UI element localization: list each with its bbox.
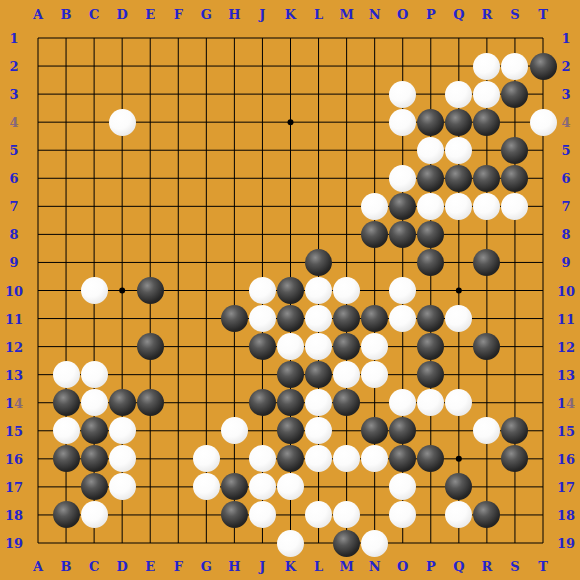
row-label-left-9: 9 [9, 256, 18, 269]
stone-white-Q5 [445, 137, 472, 164]
row-label-left-13: 13 [5, 368, 23, 381]
col-label-top-F: F [174, 8, 183, 21]
stone-white-P7 [417, 193, 444, 220]
row-label-left-11: 11 [5, 312, 23, 325]
row-label-right-14: 14 [557, 396, 575, 409]
col-label-bottom-S: S [510, 560, 519, 573]
col-label-top-S: S [510, 8, 519, 21]
stone-black-R6 [473, 165, 500, 192]
stone-white-P5 [417, 137, 444, 164]
stone-white-C18 [81, 501, 108, 528]
stone-black-N11 [361, 305, 388, 332]
stone-black-L13 [305, 361, 332, 388]
col-label-top-D: D [117, 8, 128, 21]
stone-white-R7 [473, 193, 500, 220]
row-label-left-19: 19 [5, 537, 23, 550]
stone-black-M11 [333, 305, 360, 332]
stone-white-C10 [81, 277, 108, 304]
row-label-right-5: 5 [561, 144, 570, 157]
col-label-top-N: N [369, 8, 381, 21]
row-label-left-17: 17 [5, 480, 23, 493]
col-label-bottom-A: A [33, 560, 43, 573]
row-label-left-8: 8 [9, 228, 18, 241]
stone-black-S6 [501, 165, 528, 192]
row-label-right-2: 2 [561, 60, 570, 73]
row-label-right-16: 16 [557, 452, 575, 465]
row-label-right-1: 1 [561, 32, 570, 45]
col-label-top-O: O [397, 8, 408, 21]
col-label-bottom-J: J [259, 560, 265, 573]
star-point-Q10 [456, 288, 462, 294]
col-label-top-H: H [228, 8, 240, 21]
col-label-top-B: B [61, 8, 72, 21]
stone-black-R4 [473, 109, 500, 136]
col-label-bottom-B: B [61, 560, 72, 573]
stone-white-L10 [305, 277, 332, 304]
go-board[interactable]: AABBCCDDEEFFGGHHJJKKLLMMNNOOPPQQRRSSTT11… [0, 0, 580, 580]
row-label-right-6: 6 [561, 172, 570, 185]
col-label-bottom-O: O [397, 560, 408, 573]
stone-white-O3 [389, 81, 416, 108]
stone-white-Q3 [445, 81, 472, 108]
stone-black-C17 [81, 473, 108, 500]
stone-white-B15 [53, 417, 80, 444]
stone-black-S3 [501, 81, 528, 108]
stone-white-D4 [109, 109, 136, 136]
stone-black-H11 [221, 305, 248, 332]
stone-black-Q6 [445, 165, 472, 192]
stone-white-K12 [277, 333, 304, 360]
col-label-bottom-R: R [481, 560, 492, 573]
stone-black-C15 [81, 417, 108, 444]
stone-black-J14 [249, 389, 276, 416]
col-label-top-P: P [426, 8, 436, 21]
col-label-top-J: J [259, 8, 265, 21]
row-label-right-7: 7 [561, 200, 570, 213]
col-label-bottom-H: H [228, 560, 240, 573]
col-label-bottom-N: N [369, 560, 381, 573]
col-label-bottom-P: P [426, 560, 436, 573]
stone-black-E14 [137, 389, 164, 416]
star-point-Q16 [456, 456, 462, 462]
stone-white-D15 [109, 417, 136, 444]
row-label-left-10: 10 [5, 284, 23, 297]
stone-black-D14 [109, 389, 136, 416]
col-label-bottom-F: F [174, 560, 183, 573]
row-label-left-3: 3 [9, 88, 18, 101]
row-label-right-19: 19 [557, 537, 575, 550]
stone-white-G17 [193, 473, 220, 500]
row-label-left-1: 1 [9, 32, 18, 45]
row-label-right-13: 13 [557, 368, 575, 381]
col-label-top-A: A [33, 8, 43, 21]
stone-black-B14 [53, 389, 80, 416]
col-label-top-E: E [145, 8, 155, 21]
col-label-top-L: L [314, 8, 323, 21]
row-label-left-14: 14 [5, 396, 23, 409]
stone-black-P8 [417, 221, 444, 248]
stone-black-P9 [417, 249, 444, 276]
col-label-top-G: G [201, 8, 212, 21]
row-label-left-6: 6 [9, 172, 18, 185]
col-label-bottom-G: G [201, 560, 212, 573]
col-label-bottom-Q: Q [453, 560, 464, 573]
row-label-left-2: 2 [9, 60, 18, 73]
stone-black-N8 [361, 221, 388, 248]
stone-white-C13 [81, 361, 108, 388]
row-label-right-17: 17 [557, 480, 575, 493]
stone-black-C16 [81, 445, 108, 472]
row-label-right-8: 8 [561, 228, 570, 241]
col-label-top-R: R [481, 8, 492, 21]
col-label-top-T: T [538, 8, 548, 21]
star-point-K4 [288, 119, 294, 125]
stone-black-T2 [530, 53, 557, 80]
row-label-left-18: 18 [5, 508, 23, 521]
row-label-right-9: 9 [561, 256, 570, 269]
col-label-top-M: M [339, 8, 353, 21]
stone-black-E12 [137, 333, 164, 360]
stone-white-Q7 [445, 193, 472, 220]
stone-black-K13 [277, 361, 304, 388]
row-label-left-5: 5 [9, 144, 18, 157]
stone-white-B13 [53, 361, 80, 388]
row-label-right-15: 15 [557, 424, 575, 437]
stone-white-H15 [221, 417, 248, 444]
row-label-left-7: 7 [9, 200, 18, 213]
stone-black-K10 [277, 277, 304, 304]
stone-black-B16 [53, 445, 80, 472]
stone-black-E10 [137, 277, 164, 304]
row-label-right-3: 3 [561, 88, 570, 101]
row-label-left-4: 4 [9, 116, 18, 129]
stone-black-O8 [389, 221, 416, 248]
stone-white-G16 [193, 445, 220, 472]
stone-white-L11 [305, 305, 332, 332]
stone-black-P4 [417, 109, 444, 136]
col-label-top-K: K [285, 8, 296, 21]
row-label-right-10: 10 [557, 284, 575, 297]
stone-black-J12 [249, 333, 276, 360]
stone-black-Q4 [445, 109, 472, 136]
col-label-top-Q: Q [453, 8, 464, 21]
stone-white-T4 [530, 109, 557, 136]
row-label-right-11: 11 [557, 312, 575, 325]
col-label-bottom-E: E [145, 560, 155, 573]
stone-white-N19 [361, 530, 388, 557]
star-point-D10 [119, 288, 125, 294]
stone-white-S2 [501, 53, 528, 80]
col-label-bottom-K: K [285, 560, 296, 573]
stone-black-K11 [277, 305, 304, 332]
stone-black-S5 [501, 137, 528, 164]
col-label-bottom-C: C [89, 560, 99, 573]
stone-black-B18 [53, 501, 80, 528]
stone-white-L12 [305, 333, 332, 360]
stone-black-L9 [305, 249, 332, 276]
row-label-left-12: 12 [5, 340, 23, 353]
row-label-left-15: 15 [5, 424, 23, 437]
col-label-bottom-D: D [117, 560, 128, 573]
stone-white-J10 [249, 277, 276, 304]
stone-white-D16 [109, 445, 136, 472]
stone-black-O7 [389, 193, 416, 220]
stone-white-N7 [361, 193, 388, 220]
col-label-top-C: C [89, 8, 99, 21]
stone-black-M19 [333, 530, 360, 557]
row-label-right-4: 4 [561, 116, 570, 129]
col-label-bottom-T: T [538, 560, 548, 573]
stone-black-P6 [417, 165, 444, 192]
stone-white-J11 [249, 305, 276, 332]
stone-white-O4 [389, 109, 416, 136]
stone-white-O6 [389, 165, 416, 192]
stone-white-K19 [277, 530, 304, 557]
col-label-bottom-M: M [339, 560, 353, 573]
stone-white-D17 [109, 473, 136, 500]
row-label-right-18: 18 [557, 508, 575, 521]
stone-white-C14 [81, 389, 108, 416]
row-label-left-16: 16 [5, 452, 23, 465]
col-label-bottom-L: L [314, 560, 323, 573]
stone-white-M10 [333, 277, 360, 304]
stone-white-R3 [473, 81, 500, 108]
row-label-right-12: 12 [557, 340, 575, 353]
stone-white-R2 [473, 53, 500, 80]
